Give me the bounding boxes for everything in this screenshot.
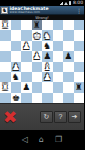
chess-board[interactable]: ♜♜♚♞♟♞♟♟♟♟♝♞♟♜♟♜♚ <box>0 20 84 103</box>
square-c1[interactable] <box>21 93 32 103</box>
app-logo-knight-icon: ♞ <box>1 7 8 14</box>
square-c2[interactable]: ♟ <box>21 82 32 92</box>
square-a8[interactable]: ♜ <box>0 20 11 30</box>
black-king: ♚ <box>12 93 20 103</box>
black-pawn: ♟ <box>43 51 51 61</box>
square-d6[interactable] <box>32 41 43 51</box>
toolbar-buttons: ↻?➔ <box>40 111 81 123</box>
square-e7[interactable]: ♞ <box>42 30 53 40</box>
square-g2[interactable] <box>63 82 74 92</box>
white-pawn: ♟ <box>22 41 30 51</box>
square-g1[interactable] <box>63 93 74 103</box>
wrong-cross-icon: ✖ <box>3 109 17 126</box>
recents-icon[interactable]: ❐ <box>55 135 62 145</box>
square-h7[interactable] <box>74 30 85 40</box>
square-d4[interactable] <box>32 62 43 72</box>
square-f1[interactable] <box>53 93 64 103</box>
square-b3[interactable]: ♞ <box>11 72 22 82</box>
white-knight: ♞ <box>43 31 51 41</box>
square-h4[interactable] <box>74 62 85 72</box>
square-h6[interactable] <box>74 41 85 51</box>
square-e8[interactable] <box>42 20 53 30</box>
square-c6[interactable]: ♟ <box>21 41 32 51</box>
square-h8[interactable] <box>74 20 85 30</box>
next-button[interactable]: ➔ <box>68 111 81 123</box>
signal-icon <box>60 2 63 5</box>
square-h1[interactable] <box>74 93 85 103</box>
back-icon[interactable]: ◁ <box>22 135 28 145</box>
square-f6[interactable] <box>53 41 64 51</box>
home-icon[interactable]: ⌂ <box>39 135 44 145</box>
square-g7[interactable] <box>63 30 74 40</box>
square-f5[interactable] <box>53 51 64 61</box>
square-a2[interactable]: ♜ <box>0 82 11 92</box>
black-rook: ♜ <box>33 20 41 30</box>
app-titles: ideaCheckmate www.ideachess.com <box>10 6 76 15</box>
square-e1[interactable] <box>42 93 53 103</box>
black-knight: ♞ <box>43 41 51 51</box>
square-c3[interactable] <box>21 72 32 82</box>
square-f7[interactable] <box>53 30 64 40</box>
black-pawn: ♟ <box>64 51 72 61</box>
square-e5[interactable]: ♟ <box>42 51 53 61</box>
action-bar: ♞ ideaCheckmate www.ideachess.com ⋮ <box>0 6 84 15</box>
square-f4[interactable] <box>53 62 64 72</box>
square-h2[interactable]: ♜ <box>74 82 85 92</box>
white-rook: ♜ <box>1 20 9 30</box>
square-a1[interactable] <box>0 93 11 103</box>
square-d3[interactable] <box>32 72 43 82</box>
retry-button[interactable]: ↻ <box>40 111 53 123</box>
square-d2[interactable] <box>32 82 43 92</box>
black-rook: ♜ <box>75 82 83 92</box>
square-h5[interactable] <box>74 51 85 61</box>
square-g6[interactable] <box>63 41 74 51</box>
black-knight: ♞ <box>12 72 20 82</box>
square-h3[interactable] <box>74 72 85 82</box>
square-d5[interactable]: ♟ <box>32 51 43 61</box>
white-pawn: ♟ <box>33 51 41 61</box>
square-b7[interactable] <box>11 30 22 40</box>
square-a6[interactable] <box>0 41 11 51</box>
wifi-icon <box>64 2 68 5</box>
square-b2[interactable] <box>11 82 22 92</box>
square-c8[interactable] <box>21 20 32 30</box>
square-e4[interactable]: ♝ <box>42 62 53 72</box>
square-e3[interactable]: ♟ <box>42 72 53 82</box>
white-bishop: ♝ <box>43 62 51 72</box>
square-b6[interactable] <box>11 41 22 51</box>
battery-icon <box>69 1 71 5</box>
white-rook: ♜ <box>1 82 9 92</box>
square-c5[interactable] <box>21 51 32 61</box>
square-d8[interactable]: ♜ <box>32 20 43 30</box>
square-g3[interactable] <box>63 72 74 82</box>
square-a3[interactable] <box>0 72 11 82</box>
square-b8[interactable] <box>11 20 22 30</box>
square-d1[interactable] <box>32 93 43 103</box>
square-a7[interactable] <box>0 30 11 40</box>
square-a4[interactable] <box>0 62 11 72</box>
white-king: ♚ <box>33 31 41 41</box>
square-c7[interactable] <box>21 30 32 40</box>
square-f2[interactable] <box>53 82 64 92</box>
white-pawn: ♟ <box>43 72 51 82</box>
square-f8[interactable] <box>53 20 64 30</box>
square-g5[interactable]: ♟ <box>63 51 74 61</box>
square-e2[interactable] <box>42 82 53 92</box>
square-a5[interactable] <box>0 51 11 61</box>
white-pawn: ♟ <box>12 62 20 72</box>
square-g4[interactable] <box>63 62 74 72</box>
black-pawn: ♟ <box>22 82 30 92</box>
square-g8[interactable] <box>63 20 74 30</box>
square-d7[interactable]: ♚ <box>32 30 43 40</box>
hint-button[interactable]: ? <box>54 111 67 123</box>
square-e6[interactable]: ♞ <box>42 41 53 51</box>
square-f3[interactable] <box>53 72 64 82</box>
android-nav-bar: ◁⌂❐ <box>0 130 84 150</box>
square-c4[interactable] <box>21 62 32 72</box>
square-b1[interactable]: ♚ <box>11 93 22 103</box>
app-subtitle: www.ideachess.com <box>10 11 76 15</box>
square-b5[interactable] <box>11 51 22 61</box>
overflow-menu-icon[interactable]: ⋮ <box>75 6 83 15</box>
square-b4[interactable]: ♟ <box>11 62 22 72</box>
bottom-toolbar: ✖ ↻?➔ <box>0 103 84 130</box>
